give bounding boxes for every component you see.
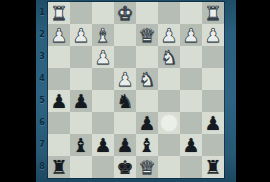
square-d7[interactable]: ♝	[136, 134, 158, 156]
black-king-e8[interactable]: ♚	[116, 156, 133, 178]
black-pawn-d6[interactable]: ♟	[138, 112, 155, 134]
black-pawn-f7[interactable]: ♟	[94, 134, 111, 156]
rank-label-8: 8	[36, 156, 48, 178]
square-e4[interactable]: ♟	[114, 68, 136, 90]
white-knight-d4[interactable]: ♞	[138, 68, 155, 90]
move-hint-circle[interactable]	[161, 115, 177, 131]
rank-label-2: 2	[36, 24, 48, 46]
square-h6[interactable]	[48, 112, 70, 134]
square-b6[interactable]	[180, 112, 202, 134]
black-pawn-a6[interactable]: ♟	[204, 112, 221, 134]
square-d4[interactable]: ♞	[136, 68, 158, 90]
square-h8[interactable]: ♜	[48, 156, 70, 178]
square-d3[interactable]	[136, 46, 158, 68]
square-f7[interactable]: ♟	[92, 134, 114, 156]
white-pawn-h2[interactable]: ♟	[50, 24, 67, 46]
rank-labels: 12345678	[36, 2, 48, 178]
white-bishop-f2[interactable]: ♝	[94, 24, 111, 46]
square-d8[interactable]: ♛	[136, 156, 158, 178]
rank-label-3: 3	[36, 46, 48, 68]
square-e5[interactable]: ♞	[114, 90, 136, 112]
black-pawn-h5[interactable]: ♟	[50, 90, 67, 112]
square-g7[interactable]: ♝	[70, 134, 92, 156]
white-pawn-c2[interactable]: ♟	[160, 24, 177, 46]
black-bishop-d7[interactable]: ♝	[138, 134, 155, 156]
black-pawn-g5[interactable]: ♟	[72, 90, 89, 112]
square-b2[interactable]: ♟	[180, 24, 202, 46]
square-f2[interactable]: ♝	[92, 24, 114, 46]
white-pawn-g2[interactable]: ♟	[72, 24, 89, 46]
square-d1[interactable]	[136, 2, 158, 24]
square-a4[interactable]	[202, 68, 224, 90]
black-pawn-b7[interactable]: ♟	[182, 134, 199, 156]
square-e8[interactable]: ♚	[114, 156, 136, 178]
square-c1[interactable]	[158, 2, 180, 24]
square-h5[interactable]: ♟	[48, 90, 70, 112]
square-c7[interactable]	[158, 134, 180, 156]
rank-label-4: 4	[36, 68, 48, 90]
chess-board[interactable]: ♜♚♜♟♟♝♛♟♟♟♟♞♟♞♟♟♞♟♟♝♟♟♝♟♜♚♛♜	[48, 2, 224, 178]
square-g5[interactable]: ♟	[70, 90, 92, 112]
square-b7[interactable]: ♟	[180, 134, 202, 156]
square-g8[interactable]	[70, 156, 92, 178]
square-c5[interactable]	[158, 90, 180, 112]
square-g1[interactable]	[70, 2, 92, 24]
rank-label-5: 5	[36, 90, 48, 112]
white-rook-a1[interactable]: ♜	[204, 2, 221, 24]
square-c6[interactable]	[158, 112, 180, 134]
square-g6[interactable]	[70, 112, 92, 134]
black-knight-e5[interactable]: ♞	[116, 90, 133, 112]
square-a3[interactable]	[202, 46, 224, 68]
square-d2[interactable]: ♛	[136, 24, 158, 46]
square-g3[interactable]	[70, 46, 92, 68]
square-h4[interactable]	[48, 68, 70, 90]
black-rook-a8[interactable]: ♜	[204, 156, 221, 178]
black-pawn-e7[interactable]: ♟	[116, 134, 133, 156]
square-f8[interactable]	[92, 156, 114, 178]
square-a2[interactable]: ♟	[202, 24, 224, 46]
square-a7[interactable]	[202, 134, 224, 156]
square-a1[interactable]: ♜	[202, 2, 224, 24]
square-a5[interactable]	[202, 90, 224, 112]
white-rook-h1[interactable]: ♜	[50, 2, 67, 24]
white-pawn-e4[interactable]: ♟	[116, 68, 133, 90]
square-e1[interactable]: ♚	[114, 2, 136, 24]
square-g4[interactable]	[70, 68, 92, 90]
white-pawn-f3[interactable]: ♟	[94, 46, 111, 68]
square-d6[interactable]: ♟	[136, 112, 158, 134]
white-pawn-a2[interactable]: ♟	[204, 24, 221, 46]
black-bishop-g7[interactable]: ♝	[72, 134, 89, 156]
square-b1[interactable]	[180, 2, 202, 24]
square-c3[interactable]: ♞	[158, 46, 180, 68]
white-queen-d2[interactable]: ♛	[138, 24, 155, 46]
white-knight-c3[interactable]: ♞	[160, 46, 177, 68]
square-f6[interactable]	[92, 112, 114, 134]
square-b8[interactable]	[180, 156, 202, 178]
square-h1[interactable]: ♜	[48, 2, 70, 24]
square-f1[interactable]	[92, 2, 114, 24]
square-c4[interactable]	[158, 68, 180, 90]
rank-label-7: 7	[36, 134, 48, 156]
square-f4[interactable]	[92, 68, 114, 90]
square-f5[interactable]	[92, 90, 114, 112]
square-e3[interactable]	[114, 46, 136, 68]
square-e2[interactable]	[114, 24, 136, 46]
square-h2[interactable]: ♟	[48, 24, 70, 46]
square-b4[interactable]	[180, 68, 202, 90]
square-b3[interactable]	[180, 46, 202, 68]
white-queen-d8[interactable]: ♛	[138, 156, 155, 178]
square-a8[interactable]: ♜	[202, 156, 224, 178]
square-h7[interactable]	[48, 134, 70, 156]
square-e7[interactable]: ♟	[114, 134, 136, 156]
rank-label-6: 6	[36, 112, 48, 134]
square-c8[interactable]	[158, 156, 180, 178]
rank-label-1: 1	[36, 2, 48, 24]
square-f3[interactable]: ♟	[92, 46, 114, 68]
square-a6[interactable]: ♟	[202, 112, 224, 134]
white-king-e1[interactable]: ♚	[116, 2, 133, 24]
chess-app-screen: 12345678 ♜♚♜♟♟♝♛♟♟♟♟♞♟♞♟♟♞♟♟♝♟♟♝♟♜♚♛♜	[0, 0, 270, 182]
square-d5[interactable]	[136, 90, 158, 112]
square-e6[interactable]	[114, 112, 136, 134]
white-pawn-b2[interactable]: ♟	[182, 24, 199, 46]
black-rook-h8[interactable]: ♜	[50, 156, 67, 178]
square-c2[interactable]: ♟	[158, 24, 180, 46]
square-h3[interactable]	[48, 46, 70, 68]
square-b5[interactable]	[180, 90, 202, 112]
square-g2[interactable]: ♟	[70, 24, 92, 46]
